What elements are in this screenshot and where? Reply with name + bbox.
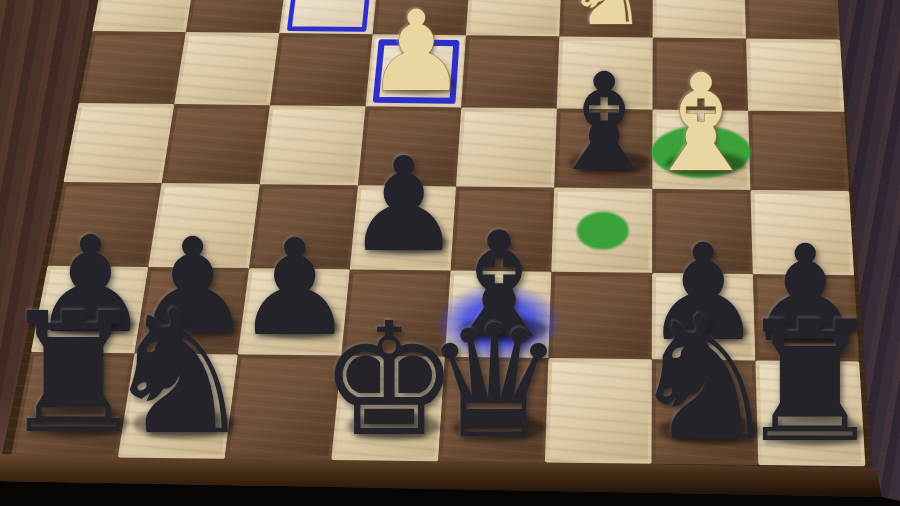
legal-move-dot-c6[interactable]: [577, 212, 629, 250]
piece-white-pawn-e4[interactable]: ♟: [367, 0, 467, 116]
piece-black-knight-g8[interactable]: ♞: [102, 273, 256, 472]
chess-board[interactable]: ♞♟♝♝♟♟♟♟♝♟♟♜♞♚♛♞♜: [0, 0, 900, 506]
piece-white-knight-c3[interactable]: ♞: [567, 0, 647, 45]
piece-black-queen-d8[interactable]: ♛: [424, 291, 564, 473]
chess-app-screen: ♞♟♝♝♟♟♟♟♝♟♟♜♞♚♛♞♜: [0, 0, 900, 506]
piece-white-bishop-b5[interactable]: ♝: [641, 45, 762, 202]
piece-black-rook-a8[interactable]: ♜: [735, 285, 884, 479]
